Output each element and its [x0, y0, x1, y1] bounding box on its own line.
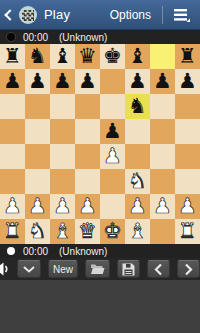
square-a8[interactable]: ♜: [0, 44, 25, 69]
white-pawn[interactable]: ♟: [128, 196, 147, 217]
square-c1[interactable]: ♝: [50, 219, 75, 244]
chess-board[interactable]: ♜♞♝♛♚♝♜♟♟♟♟♟♟♟♞♟♟♞♟♟♟♟♟♟♟♜♞♝♛♚♝♜: [0, 44, 200, 244]
chessboard-app-icon: [19, 6, 37, 24]
white-clock: 00:00: [23, 246, 48, 257]
square-e6[interactable]: [100, 94, 125, 119]
white-pawn[interactable]: ♟: [153, 196, 172, 217]
new-game-button[interactable]: New: [48, 260, 78, 278]
volume-button[interactable]: [0, 262, 11, 276]
square-d6[interactable]: [75, 94, 100, 119]
square-g5[interactable]: [150, 119, 175, 144]
back-button[interactable]: [5, 6, 37, 24]
square-f1[interactable]: ♝: [125, 219, 150, 244]
square-h8[interactable]: ♜: [175, 44, 200, 69]
black-pawn[interactable]: ♟: [103, 121, 122, 142]
square-c3[interactable]: [50, 169, 75, 194]
chevron-right-icon: [183, 263, 194, 276]
square-f8[interactable]: ♝: [125, 44, 150, 69]
square-c8[interactable]: ♝: [50, 44, 75, 69]
black-turn-indicator: [7, 33, 15, 41]
square-h5[interactable]: [175, 119, 200, 144]
square-h4[interactable]: [175, 144, 200, 169]
floppy-icon: [122, 263, 135, 276]
white-rook[interactable]: ♜: [178, 221, 197, 242]
white-pawn[interactable]: ♟: [53, 196, 72, 217]
square-g2[interactable]: ♟: [150, 194, 175, 219]
black-knight[interactable]: ♞: [28, 46, 47, 67]
black-pawn[interactable]: ♟: [178, 71, 197, 92]
square-d4[interactable]: [75, 144, 100, 169]
square-e7[interactable]: [100, 69, 125, 94]
black-pawn[interactable]: ♟: [78, 71, 97, 92]
move-toolbar: New: [0, 258, 200, 280]
square-d2[interactable]: ♟: [75, 194, 100, 219]
options-button[interactable]: Options: [99, 0, 162, 30]
square-g6[interactable]: [150, 94, 175, 119]
white-bishop[interactable]: ♝: [53, 221, 72, 242]
square-g3[interactable]: [150, 169, 175, 194]
square-c6[interactable]: [50, 94, 75, 119]
square-a4[interactable]: [0, 144, 25, 169]
black-bishop[interactable]: ♝: [128, 46, 147, 67]
square-h1[interactable]: ♜: [175, 219, 200, 244]
collapse-toolbar-button[interactable]: [17, 260, 41, 278]
square-f5[interactable]: [125, 119, 150, 144]
square-f6[interactable]: ♞: [125, 94, 150, 119]
chevron-left-icon: [153, 263, 164, 276]
square-d5[interactable]: [75, 119, 100, 144]
square-g7[interactable]: ♟: [150, 69, 175, 94]
square-b4[interactable]: [25, 144, 50, 169]
black-rook[interactable]: ♜: [178, 46, 197, 67]
white-king[interactable]: ♚: [103, 221, 122, 242]
white-rook[interactable]: ♜: [3, 221, 22, 242]
square-e2[interactable]: [100, 194, 125, 219]
square-a6[interactable]: [0, 94, 25, 119]
square-h2[interactable]: ♟: [175, 194, 200, 219]
square-c4[interactable]: [50, 144, 75, 169]
black-clock: 00:00: [23, 32, 48, 43]
black-rook[interactable]: ♜: [3, 46, 22, 67]
move-list-panel: [0, 280, 200, 333]
white-knight[interactable]: ♞: [128, 171, 147, 192]
menu-icon: [174, 8, 190, 22]
next-move-button[interactable]: [177, 260, 200, 278]
open-file-button[interactable]: [85, 260, 110, 278]
square-d8[interactable]: ♛: [75, 44, 100, 69]
square-b6[interactable]: [25, 94, 50, 119]
save-game-button[interactable]: [117, 260, 140, 278]
white-pawn[interactable]: ♟: [28, 196, 47, 217]
black-pawn[interactable]: ♟: [53, 71, 72, 92]
square-d1[interactable]: ♛: [75, 219, 100, 244]
folder-icon: [90, 263, 105, 275]
black-player-name: (Unknown): [59, 32, 107, 43]
square-b8[interactable]: ♞: [25, 44, 50, 69]
square-f4[interactable]: [125, 144, 150, 169]
black-knight[interactable]: ♞: [128, 96, 147, 117]
page-title: Play: [44, 7, 70, 22]
white-player-bar: 00:00 (Unknown): [0, 244, 200, 258]
square-a3[interactable]: [0, 169, 25, 194]
square-b5[interactable]: [25, 119, 50, 144]
square-e1[interactable]: ♚: [100, 219, 125, 244]
black-pawn[interactable]: ♟: [153, 71, 172, 92]
black-player-bar: 00:00 (Unknown): [0, 30, 200, 44]
white-knight[interactable]: ♞: [28, 221, 47, 242]
white-turn-indicator: [7, 247, 15, 255]
white-pawn[interactable]: ♟: [178, 196, 197, 217]
title-bar: Play Options: [0, 0, 200, 30]
white-player-name: (Unknown): [59, 246, 107, 257]
square-d7[interactable]: ♟: [75, 69, 100, 94]
black-pawn[interactable]: ♟: [128, 71, 147, 92]
black-queen[interactable]: ♛: [78, 46, 97, 67]
square-c5[interactable]: [50, 119, 75, 144]
square-d3[interactable]: [75, 169, 100, 194]
square-h7[interactable]: ♟: [175, 69, 200, 94]
square-c7[interactable]: ♟: [50, 69, 75, 94]
square-h3[interactable]: [175, 169, 200, 194]
square-f3[interactable]: ♞: [125, 169, 150, 194]
square-g8[interactable]: [150, 44, 175, 69]
speaker-icon: [0, 262, 11, 276]
square-a1[interactable]: ♜: [0, 219, 25, 244]
square-a2[interactable]: ♟: [0, 194, 25, 219]
menu-button[interactable]: [163, 0, 195, 30]
square-e5[interactable]: ♟: [100, 119, 125, 144]
black-king[interactable]: ♚: [103, 46, 122, 67]
square-a5[interactable]: [0, 119, 25, 144]
square-b3[interactable]: [25, 169, 50, 194]
square-e4[interactable]: ♟: [100, 144, 125, 169]
square-b2[interactable]: ♟: [25, 194, 50, 219]
white-queen[interactable]: ♛: [78, 221, 97, 242]
square-f2[interactable]: ♟: [125, 194, 150, 219]
white-pawn[interactable]: ♟: [103, 146, 122, 167]
chevron-down-icon: [22, 265, 36, 274]
square-c2[interactable]: ♟: [50, 194, 75, 219]
square-g4[interactable]: [150, 144, 175, 169]
prev-move-button[interactable]: [147, 260, 170, 278]
white-pawn[interactable]: ♟: [78, 196, 97, 217]
square-f7[interactable]: ♟: [125, 69, 150, 94]
black-pawn[interactable]: ♟: [28, 71, 47, 92]
square-b1[interactable]: ♞: [25, 219, 50, 244]
back-chevron-icon: [4, 9, 15, 20]
square-a7[interactable]: ♟: [0, 69, 25, 94]
chess-app: Play Options 00:00 (Unknown) ♜♞♝♛♚♝♜♟♟♟♟…: [0, 0, 200, 333]
white-pawn[interactable]: ♟: [3, 196, 22, 217]
square-b7[interactable]: ♟: [25, 69, 50, 94]
black-pawn[interactable]: ♟: [3, 71, 22, 92]
white-bishop[interactable]: ♝: [128, 221, 147, 242]
square-e3[interactable]: [100, 169, 125, 194]
black-bishop[interactable]: ♝: [53, 46, 72, 67]
square-e8[interactable]: ♚: [100, 44, 125, 69]
square-h6[interactable]: [175, 94, 200, 119]
square-g1[interactable]: [150, 219, 175, 244]
